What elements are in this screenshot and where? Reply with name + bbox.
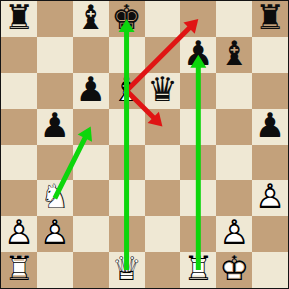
square-d4[interactable]	[109, 145, 145, 181]
square-g6[interactable]	[216, 73, 252, 109]
square-d7[interactable]	[109, 37, 145, 73]
square-d2[interactable]	[109, 216, 145, 252]
square-a1[interactable]: ♜♖	[1, 252, 37, 288]
square-b2[interactable]: ♟♙	[37, 216, 73, 252]
square-a6[interactable]	[1, 73, 37, 109]
square-h8[interactable]: ♜	[252, 1, 288, 37]
square-d5[interactable]	[109, 109, 145, 145]
square-d1[interactable]: ♛♕	[109, 252, 145, 288]
square-g3[interactable]	[216, 180, 252, 216]
square-d6[interactable]: ♝♗	[109, 73, 145, 109]
piece-black-rook[interactable]: ♜	[252, 1, 288, 37]
piece-white-pawn[interactable]: ♟♙	[37, 216, 73, 252]
square-e3[interactable]	[145, 180, 181, 216]
square-a3[interactable]	[1, 180, 37, 216]
piece-white-knight[interactable]: ♞♘	[37, 180, 73, 216]
piece-black-king[interactable]: ♚	[109, 1, 145, 37]
piece-white-pawn[interactable]: ♟♙	[216, 216, 252, 252]
square-h3[interactable]: ♟♙	[252, 180, 288, 216]
square-e2[interactable]	[145, 216, 181, 252]
square-b5[interactable]: ♟	[37, 109, 73, 145]
square-h2[interactable]	[252, 216, 288, 252]
square-e4[interactable]	[145, 145, 181, 181]
square-h4[interactable]	[252, 145, 288, 181]
square-f2[interactable]	[180, 216, 216, 252]
square-g8[interactable]	[216, 1, 252, 37]
square-g1[interactable]: ♚♔	[216, 252, 252, 288]
square-c4[interactable]	[73, 145, 109, 181]
square-d3[interactable]	[109, 180, 145, 216]
square-a5[interactable]	[1, 109, 37, 145]
square-c8[interactable]: ♝	[73, 1, 109, 37]
piece-white-queen[interactable]: ♛♕	[109, 252, 145, 288]
piece-white-bishop[interactable]: ♝♗	[109, 73, 145, 109]
piece-white-rook[interactable]: ♜♖	[1, 252, 37, 288]
chess-board: ♜♝♚♜♟♝♟♝♗♛♟♟♞♘♟♙♟♙♟♙♟♙♜♖♛♕♜♖♚♔	[0, 0, 289, 289]
square-e6[interactable]: ♛	[145, 73, 181, 109]
piece-black-pawn[interactable]: ♟	[37, 109, 73, 145]
square-e8[interactable]	[145, 1, 181, 37]
square-f4[interactable]	[180, 145, 216, 181]
square-f3[interactable]	[180, 180, 216, 216]
piece-white-pawn[interactable]: ♟♙	[252, 180, 288, 216]
piece-black-queen[interactable]: ♛	[145, 73, 181, 109]
piece-black-pawn[interactable]: ♟	[252, 109, 288, 145]
square-a2[interactable]: ♟♙	[1, 216, 37, 252]
piece-white-rook[interactable]: ♜♖	[180, 252, 216, 288]
square-h1[interactable]	[252, 252, 288, 288]
piece-black-bishop[interactable]: ♝	[73, 1, 109, 37]
piece-black-bishop[interactable]: ♝	[216, 37, 252, 73]
piece-white-king[interactable]: ♚♔	[216, 252, 252, 288]
piece-black-pawn[interactable]: ♟	[73, 73, 109, 109]
square-c1[interactable]	[73, 252, 109, 288]
piece-black-rook[interactable]: ♜	[1, 1, 37, 37]
square-h7[interactable]	[252, 37, 288, 73]
piece-black-pawn[interactable]: ♟	[180, 37, 216, 73]
square-c2[interactable]	[73, 216, 109, 252]
square-h5[interactable]: ♟	[252, 109, 288, 145]
square-a8[interactable]: ♜	[1, 1, 37, 37]
square-b3[interactable]: ♞♘	[37, 180, 73, 216]
square-b1[interactable]	[37, 252, 73, 288]
square-e7[interactable]	[145, 37, 181, 73]
square-f7[interactable]: ♟	[180, 37, 216, 73]
square-f8[interactable]	[180, 1, 216, 37]
square-g2[interactable]: ♟♙	[216, 216, 252, 252]
square-g4[interactable]	[216, 145, 252, 181]
square-d8[interactable]: ♚	[109, 1, 145, 37]
square-c6[interactable]: ♟	[73, 73, 109, 109]
piece-white-pawn[interactable]: ♟♙	[1, 216, 37, 252]
square-h6[interactable]	[252, 73, 288, 109]
square-g5[interactable]	[216, 109, 252, 145]
square-a4[interactable]	[1, 145, 37, 181]
square-c7[interactable]	[73, 37, 109, 73]
square-f1[interactable]: ♜♖	[180, 252, 216, 288]
square-e5[interactable]	[145, 109, 181, 145]
square-c3[interactable]	[73, 180, 109, 216]
square-b4[interactable]	[37, 145, 73, 181]
square-f5[interactable]	[180, 109, 216, 145]
square-f6[interactable]	[180, 73, 216, 109]
square-b6[interactable]	[37, 73, 73, 109]
square-a7[interactable]	[1, 37, 37, 73]
square-e1[interactable]	[145, 252, 181, 288]
square-c5[interactable]	[73, 109, 109, 145]
chess-board-screenshot: ♜♝♚♜♟♝♟♝♗♛♟♟♞♘♟♙♟♙♟♙♟♙♜♖♛♕♜♖♚♔	[0, 0, 289, 289]
square-b8[interactable]	[37, 1, 73, 37]
square-g7[interactable]: ♝	[216, 37, 252, 73]
square-b7[interactable]	[37, 37, 73, 73]
